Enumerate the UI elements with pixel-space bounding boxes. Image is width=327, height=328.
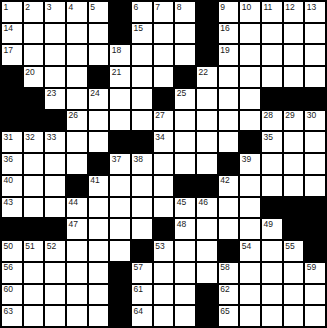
clue-number-61: 61 xyxy=(133,285,142,294)
cell-r1c15[interactable]: 13 xyxy=(305,2,325,22)
clue-number-4: 4 xyxy=(68,3,73,12)
cell-r5c14-black xyxy=(284,89,304,109)
cell-r2c3[interactable] xyxy=(45,24,65,44)
cell-r4c15[interactable] xyxy=(305,67,325,87)
cell-r6c12[interactable] xyxy=(240,111,260,131)
cell-r2c9[interactable] xyxy=(175,24,195,44)
cell-r8c10[interactable] xyxy=(197,154,217,174)
clue-number-64: 64 xyxy=(133,307,142,316)
cell-r6c13[interactable]: 28 xyxy=(262,111,282,131)
cell-r8c12[interactable]: 39 xyxy=(240,154,260,174)
cell-r10c6[interactable] xyxy=(110,198,130,218)
cell-r15c11[interactable]: 65 xyxy=(219,306,239,326)
clue-number-47: 47 xyxy=(68,220,77,229)
cell-r3c1[interactable]: 17 xyxy=(2,45,22,65)
cell-r6c5[interactable] xyxy=(89,111,109,131)
cell-r2c11[interactable]: 16 xyxy=(219,24,239,44)
cell-r11c12[interactable] xyxy=(240,219,260,239)
clue-number-15: 15 xyxy=(133,24,142,33)
cell-r5c13-black xyxy=(262,89,282,109)
cell-r5c8-black xyxy=(154,89,174,109)
cell-r5c4[interactable] xyxy=(67,89,87,109)
cell-r9c10-black xyxy=(197,176,217,196)
cell-r9c8[interactable] xyxy=(154,176,174,196)
clue-number-35: 35 xyxy=(263,133,272,142)
cell-r8c14[interactable] xyxy=(284,154,304,174)
cell-r12c4[interactable] xyxy=(67,241,87,261)
cell-r5c10[interactable] xyxy=(197,89,217,109)
cell-r4c1-black xyxy=(2,67,22,87)
cell-r4c14[interactable] xyxy=(284,67,304,87)
clue-number-12: 12 xyxy=(285,3,294,12)
clue-number-33: 33 xyxy=(47,133,56,142)
cell-r9c15[interactable] xyxy=(305,176,325,196)
cell-r8c9[interactable] xyxy=(175,154,195,174)
cell-r14c6-black xyxy=(110,285,130,305)
cell-r3c4[interactable] xyxy=(67,45,87,65)
cell-r8c4[interactable] xyxy=(67,154,87,174)
cell-r6c4[interactable]: 26 xyxy=(67,111,87,131)
cell-r14c8[interactable] xyxy=(154,285,174,305)
cell-r10c5[interactable] xyxy=(89,198,109,218)
cell-r10c15-black xyxy=(305,198,325,218)
clue-number-59: 59 xyxy=(307,263,316,272)
cell-r7c8[interactable]: 34 xyxy=(154,132,174,152)
cell-r7c1[interactable]: 31 xyxy=(2,132,22,152)
cell-r11c15-black xyxy=(305,219,325,239)
cell-r1c3[interactable]: 3 xyxy=(45,2,65,22)
cell-r6c15[interactable]: 30 xyxy=(305,111,325,131)
cell-r5c3[interactable]: 23 xyxy=(45,89,65,109)
cell-r11c10[interactable] xyxy=(197,219,217,239)
cell-r2c15[interactable] xyxy=(305,24,325,44)
cell-r8c3[interactable] xyxy=(45,154,65,174)
cell-r3c10-black xyxy=(197,45,217,65)
cell-r1c14[interactable]: 12 xyxy=(284,2,304,22)
cell-r4c5-black xyxy=(89,67,109,87)
cell-r14c2[interactable] xyxy=(24,285,44,305)
cell-r1c5[interactable]: 5 xyxy=(89,2,109,22)
cell-r10c11[interactable] xyxy=(219,198,239,218)
clue-number-6: 6 xyxy=(133,3,138,12)
clue-number-21: 21 xyxy=(112,68,121,77)
clue-number-34: 34 xyxy=(155,133,164,142)
cell-r4c6[interactable]: 21 xyxy=(110,67,130,87)
cell-r1c13[interactable]: 11 xyxy=(262,2,282,22)
cell-r15c6-black xyxy=(110,306,130,326)
cell-r11c3-black xyxy=(45,219,65,239)
cell-r6c2-black xyxy=(24,111,44,131)
cell-r14c5[interactable] xyxy=(89,285,109,305)
cell-r13c5[interactable] xyxy=(89,263,109,283)
cell-r5c2-black xyxy=(24,89,44,109)
cell-r2c12[interactable] xyxy=(240,24,260,44)
cell-r5c15-black xyxy=(305,89,325,109)
clue-number-5: 5 xyxy=(90,3,95,12)
cell-r3c9[interactable] xyxy=(175,45,195,65)
clue-number-38: 38 xyxy=(133,155,142,164)
cell-r6c11[interactable] xyxy=(219,111,239,131)
clue-number-28: 28 xyxy=(263,111,272,120)
cell-r3c13[interactable] xyxy=(262,45,282,65)
cell-r1c6-black xyxy=(110,2,130,22)
cell-r11c6[interactable] xyxy=(110,219,130,239)
cell-r9c3[interactable] xyxy=(45,176,65,196)
cell-r8c2[interactable] xyxy=(24,154,44,174)
cell-r13c13[interactable] xyxy=(262,263,282,283)
cell-r4c11[interactable] xyxy=(219,67,239,87)
cell-r9c5[interactable]: 41 xyxy=(89,176,109,196)
cell-r2c4[interactable] xyxy=(67,24,87,44)
cell-r9c9-black xyxy=(175,176,195,196)
cell-r15c8[interactable] xyxy=(154,306,174,326)
cell-r15c13[interactable] xyxy=(262,306,282,326)
clue-number-18: 18 xyxy=(112,46,121,55)
cell-r13c15[interactable]: 59 xyxy=(305,263,325,283)
cell-r12c13[interactable] xyxy=(262,241,282,261)
cell-r4c12[interactable] xyxy=(240,67,260,87)
cell-r13c3[interactable] xyxy=(45,263,65,283)
cell-r7c10[interactable] xyxy=(197,132,217,152)
cell-r5c6[interactable] xyxy=(110,89,130,109)
cell-r1c10-black xyxy=(197,2,217,22)
cell-r8c11-black xyxy=(219,154,239,174)
cell-r10c13-black xyxy=(262,198,282,218)
cell-r6c6[interactable] xyxy=(110,111,130,131)
cell-r2c13[interactable] xyxy=(262,24,282,44)
cell-r12c14[interactable]: 55 xyxy=(284,241,304,261)
cell-r13c11[interactable]: 58 xyxy=(219,263,239,283)
cell-r10c3[interactable] xyxy=(45,198,65,218)
cell-r8c1[interactable]: 36 xyxy=(2,154,22,174)
clue-number-49: 49 xyxy=(263,220,272,229)
cell-r2c8[interactable] xyxy=(154,24,174,44)
clue-number-29: 29 xyxy=(285,111,294,120)
cell-r10c10[interactable]: 46 xyxy=(197,198,217,218)
clue-number-41: 41 xyxy=(90,176,99,185)
cell-r2c6-black xyxy=(110,24,130,44)
cell-r2c1[interactable]: 14 xyxy=(2,24,22,44)
cell-r10c14-black xyxy=(284,198,304,218)
cell-r15c5[interactable] xyxy=(89,306,109,326)
clue-number-17: 17 xyxy=(4,46,13,55)
clue-number-30: 30 xyxy=(307,111,316,120)
clue-number-48: 48 xyxy=(177,220,186,229)
clue-number-3: 3 xyxy=(47,3,52,12)
cell-r15c1[interactable]: 63 xyxy=(2,306,22,326)
cell-r13c10[interactable] xyxy=(197,263,217,283)
cell-r4c8[interactable] xyxy=(154,67,174,87)
cell-r9c7[interactable] xyxy=(132,176,152,196)
cell-r6c8[interactable]: 27 xyxy=(154,111,174,131)
cell-r9c14[interactable] xyxy=(284,176,304,196)
cell-r14c7[interactable]: 61 xyxy=(132,285,152,305)
cell-r7c12-black xyxy=(240,132,260,152)
cell-r7c2[interactable]: 32 xyxy=(24,132,44,152)
clue-number-62: 62 xyxy=(220,285,229,294)
cell-r5c11[interactable] xyxy=(219,89,239,109)
cell-r9c13[interactable] xyxy=(262,176,282,196)
crossword-board: 1234567891011121314151617181920212223242… xyxy=(0,0,327,328)
cell-r3c8[interactable] xyxy=(154,45,174,65)
cell-r15c4[interactable] xyxy=(67,306,87,326)
cell-r14c10-black xyxy=(197,285,217,305)
cell-r15c2[interactable] xyxy=(24,306,44,326)
cell-r14c1[interactable]: 60 xyxy=(2,285,22,305)
cell-r4c2[interactable]: 20 xyxy=(24,67,44,87)
clue-number-22: 22 xyxy=(198,68,207,77)
cell-r5c1-black xyxy=(2,89,22,109)
cell-r11c2-black xyxy=(24,219,44,239)
cell-r12c5[interactable] xyxy=(89,241,109,261)
cell-r12c3[interactable]: 52 xyxy=(45,241,65,261)
cell-r15c12[interactable] xyxy=(240,306,260,326)
cell-r8c7[interactable]: 38 xyxy=(132,154,152,174)
cell-r14c14[interactable] xyxy=(284,285,304,305)
cell-r11c1-black xyxy=(2,219,22,239)
cell-r1c2[interactable]: 2 xyxy=(24,2,44,22)
cell-r7c9[interactable] xyxy=(175,132,195,152)
cell-r1c1[interactable]: 1 xyxy=(2,2,22,22)
clue-number-58: 58 xyxy=(220,263,229,272)
cell-r12c11-black xyxy=(219,241,239,261)
clue-number-43: 43 xyxy=(4,198,13,207)
clue-number-20: 20 xyxy=(25,68,34,77)
clue-number-26: 26 xyxy=(68,111,77,120)
clue-number-57: 57 xyxy=(133,263,142,272)
clue-number-52: 52 xyxy=(47,242,56,251)
clue-number-10: 10 xyxy=(242,3,251,12)
cell-r8c15[interactable] xyxy=(305,154,325,174)
cell-r3c12[interactable] xyxy=(240,45,260,65)
cell-r2c7[interactable]: 15 xyxy=(132,24,152,44)
clue-number-53: 53 xyxy=(155,242,164,251)
cell-r1c9[interactable]: 8 xyxy=(175,2,195,22)
cell-r5c7[interactable] xyxy=(132,89,152,109)
clue-number-16: 16 xyxy=(220,24,229,33)
clue-number-11: 11 xyxy=(263,3,272,12)
cell-r13c6-black xyxy=(110,263,130,283)
cell-r11c5[interactable] xyxy=(89,219,109,239)
cell-r12c6[interactable] xyxy=(110,241,130,261)
cell-r10c2[interactable] xyxy=(24,198,44,218)
cell-r13c1[interactable]: 56 xyxy=(2,263,22,283)
cell-r3c14[interactable] xyxy=(284,45,304,65)
cell-r6c7[interactable] xyxy=(132,111,152,131)
cell-r14c15[interactable] xyxy=(305,285,325,305)
cell-r14c3[interactable] xyxy=(45,285,65,305)
clue-number-42: 42 xyxy=(220,176,229,185)
cell-r13c8[interactable] xyxy=(154,263,174,283)
cell-r7c13[interactable]: 35 xyxy=(262,132,282,152)
cell-r1c4[interactable]: 4 xyxy=(67,2,87,22)
cell-r11c7[interactable] xyxy=(132,219,152,239)
cell-r12c1[interactable]: 50 xyxy=(2,241,22,261)
clue-number-14: 14 xyxy=(4,24,13,33)
cell-r11c13[interactable]: 49 xyxy=(262,219,282,239)
cell-r8c8[interactable] xyxy=(154,154,174,174)
cell-r8c6[interactable]: 37 xyxy=(110,154,130,174)
cell-r7c3[interactable]: 33 xyxy=(45,132,65,152)
clue-number-19: 19 xyxy=(220,46,229,55)
clue-number-63: 63 xyxy=(4,307,13,316)
cell-r10c7[interactable] xyxy=(132,198,152,218)
clue-number-2: 2 xyxy=(25,3,30,12)
cell-r10c1[interactable]: 43 xyxy=(2,198,22,218)
cell-r8c5-black xyxy=(89,154,109,174)
cell-r9c12[interactable] xyxy=(240,176,260,196)
cell-r5c12[interactable] xyxy=(240,89,260,109)
clue-number-37: 37 xyxy=(112,155,121,164)
cell-r5c9[interactable]: 25 xyxy=(175,89,195,109)
cell-r9c2[interactable] xyxy=(24,176,44,196)
clue-number-46: 46 xyxy=(198,198,207,207)
cell-r11c9[interactable]: 48 xyxy=(175,219,195,239)
cell-r1c8[interactable]: 7 xyxy=(154,2,174,22)
cell-r12c7-black xyxy=(132,241,152,261)
cell-r15c9[interactable] xyxy=(175,306,195,326)
cell-r2c14[interactable] xyxy=(284,24,304,44)
cell-r2c10-black xyxy=(197,24,217,44)
cell-r12c2[interactable]: 51 xyxy=(24,241,44,261)
cell-r10c8[interactable] xyxy=(154,198,174,218)
cell-r13c4[interactable] xyxy=(67,263,87,283)
cell-r11c14-black xyxy=(284,219,304,239)
cell-r7c7-black xyxy=(132,132,152,152)
cell-r3c2[interactable] xyxy=(24,45,44,65)
cell-r11c8-black xyxy=(154,219,174,239)
cell-r4c9-black xyxy=(175,67,195,87)
cell-r2c2[interactable] xyxy=(24,24,44,44)
cell-r4c7[interactable] xyxy=(132,67,152,87)
clue-number-65: 65 xyxy=(220,307,229,316)
clue-number-13: 13 xyxy=(307,3,316,12)
clue-number-45: 45 xyxy=(177,198,186,207)
cell-r4c10[interactable]: 22 xyxy=(197,67,217,87)
cell-r8c13[interactable] xyxy=(262,154,282,174)
cell-r12c8[interactable]: 53 xyxy=(154,241,174,261)
cell-r13c14[interactable] xyxy=(284,263,304,283)
cell-r2c5[interactable] xyxy=(89,24,109,44)
cell-r11c4[interactable]: 47 xyxy=(67,219,87,239)
clue-number-56: 56 xyxy=(4,263,13,272)
cell-r12c10[interactable] xyxy=(197,241,217,261)
cell-r3c3[interactable] xyxy=(45,45,65,65)
clue-number-40: 40 xyxy=(4,176,13,185)
clue-number-55: 55 xyxy=(285,242,294,251)
cell-r14c13[interactable] xyxy=(262,285,282,305)
cell-r6c1-black xyxy=(2,111,22,131)
cell-r12c15-black xyxy=(305,241,325,261)
cell-r9c6[interactable] xyxy=(110,176,130,196)
clue-number-50: 50 xyxy=(4,242,13,251)
clue-number-51: 51 xyxy=(25,242,34,251)
cell-r1c12[interactable]: 10 xyxy=(240,2,260,22)
cell-r9c4-black xyxy=(67,176,87,196)
cell-r6c3-black xyxy=(45,111,65,131)
clue-number-23: 23 xyxy=(47,89,56,98)
cell-r13c2[interactable] xyxy=(24,263,44,283)
cell-r3c6[interactable]: 18 xyxy=(110,45,130,65)
clue-number-25: 25 xyxy=(177,89,186,98)
cell-r10c4[interactable]: 44 xyxy=(67,198,87,218)
cell-r15c15[interactable] xyxy=(305,306,325,326)
cell-r3c11[interactable]: 19 xyxy=(219,45,239,65)
clue-number-54: 54 xyxy=(242,242,251,251)
cell-r13c9[interactable] xyxy=(175,263,195,283)
clue-number-36: 36 xyxy=(4,155,13,164)
cell-r6c9[interactable] xyxy=(175,111,195,131)
cell-r7c4[interactable] xyxy=(67,132,87,152)
cell-r14c9[interactable] xyxy=(175,285,195,305)
cell-r10c9[interactable]: 45 xyxy=(175,198,195,218)
cell-r7c15[interactable] xyxy=(305,132,325,152)
clue-number-44: 44 xyxy=(68,198,77,207)
cell-r1c7[interactable]: 6 xyxy=(132,2,152,22)
cell-r15c14[interactable] xyxy=(284,306,304,326)
cell-r15c10-black xyxy=(197,306,217,326)
clue-number-39: 39 xyxy=(242,155,251,164)
cell-r5c5[interactable]: 24 xyxy=(89,89,109,109)
clue-number-8: 8 xyxy=(177,3,182,12)
clue-number-31: 31 xyxy=(4,133,13,142)
clue-number-1: 1 xyxy=(4,3,9,12)
cell-r14c4[interactable] xyxy=(67,285,87,305)
clue-number-60: 60 xyxy=(4,285,13,294)
cell-r1c11[interactable]: 9 xyxy=(219,2,239,22)
cell-r14c11[interactable]: 62 xyxy=(219,285,239,305)
cell-r9c11[interactable]: 42 xyxy=(219,176,239,196)
clue-number-9: 9 xyxy=(220,3,225,12)
cell-r3c5[interactable] xyxy=(89,45,109,65)
cell-r13c7[interactable]: 57 xyxy=(132,263,152,283)
cell-r12c12[interactable]: 54 xyxy=(240,241,260,261)
cell-r14c12[interactable] xyxy=(240,285,260,305)
cell-r13c12[interactable] xyxy=(240,263,260,283)
cell-r6c14[interactable]: 29 xyxy=(284,111,304,131)
cell-r12c9[interactable] xyxy=(175,241,195,261)
cell-r11c11[interactable] xyxy=(219,219,239,239)
cell-r15c7[interactable]: 64 xyxy=(132,306,152,326)
cell-r10c12[interactable] xyxy=(240,198,260,218)
cell-r4c3[interactable] xyxy=(45,67,65,87)
cell-r6c10[interactable] xyxy=(197,111,217,131)
cell-r3c7[interactable] xyxy=(132,45,152,65)
cell-r4c13[interactable] xyxy=(262,67,282,87)
cell-r3c15[interactable] xyxy=(305,45,325,65)
cell-r15c3[interactable] xyxy=(45,306,65,326)
cell-r7c14[interactable] xyxy=(284,132,304,152)
clue-number-24: 24 xyxy=(90,89,99,98)
cell-r7c6-black xyxy=(110,132,130,152)
cell-r4c4[interactable] xyxy=(67,67,87,87)
cell-r7c11[interactable] xyxy=(219,132,239,152)
cell-r9c1[interactable]: 40 xyxy=(2,176,22,196)
clue-number-27: 27 xyxy=(155,111,164,120)
cell-r7c5[interactable] xyxy=(89,132,109,152)
clue-number-32: 32 xyxy=(25,133,34,142)
clue-number-7: 7 xyxy=(155,3,160,12)
